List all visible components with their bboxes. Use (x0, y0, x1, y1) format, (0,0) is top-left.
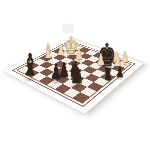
scene-caption: Wooden chess pieces standing on a tilted… (0, 0, 1, 1)
white-bishop-piece: ♝ (42, 41, 53, 61)
white-pawn-piece: ♟ (56, 43, 64, 58)
chessboard-photo-scene: Wooden chess pieces standing on a tilted… (0, 0, 150, 150)
black-bishop-piece: ♝ (21, 50, 38, 80)
black-pawn-piece: ♟ (50, 62, 62, 83)
black-rook-piece: ♜ (103, 66, 112, 83)
black-knight-piece: ♞ (68, 58, 85, 88)
black-pawn-piece: ♟ (116, 65, 124, 79)
